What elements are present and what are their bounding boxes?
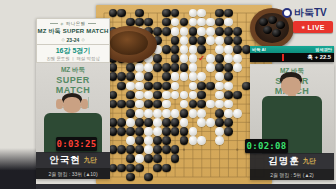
black-stone <box>224 118 233 127</box>
white-stone <box>215 72 224 81</box>
black-stone <box>109 9 118 18</box>
round-label: 16강 5경기 <box>56 46 91 56</box>
event-title: MZ 바둑 SUPER MATCH <box>38 27 109 36</box>
white-stone <box>189 109 198 118</box>
black-stone <box>126 91 135 100</box>
white-stone <box>197 136 206 145</box>
white-stone <box>215 136 224 145</box>
white-stone <box>153 109 162 118</box>
black-stone <box>215 54 224 63</box>
white-stone <box>215 127 224 136</box>
right-ranking-strip: 2월 랭킹 : 5위 (▲2) <box>250 169 334 180</box>
white-stone <box>135 100 144 109</box>
black-stone <box>171 54 180 63</box>
white-stone <box>215 45 224 54</box>
ai-eval-bar: 바둑 AI 형세판단 흑 + 22.5 <box>250 46 334 62</box>
right-player-name: 김명훈 <box>268 155 300 168</box>
black-stone <box>162 9 171 18</box>
ai-bar-header: 바둑 AI 형세판단 <box>250 46 334 53</box>
black-stone <box>126 72 135 81</box>
black-stone <box>117 72 126 81</box>
white-stone <box>215 91 224 100</box>
round-card: 16강 5경기 진행 문도원 ㅣ 해설 박정상 <box>36 45 110 63</box>
white-stone <box>206 18 215 27</box>
black-stone <box>215 63 224 72</box>
white-stone <box>144 109 153 118</box>
white-stone <box>180 27 189 36</box>
black-stone <box>197 91 206 100</box>
black-stone <box>215 118 224 127</box>
black-stone <box>135 9 144 18</box>
black-stone <box>224 72 233 81</box>
black-stone <box>215 109 224 118</box>
black-stone <box>153 91 162 100</box>
black-stone <box>117 100 126 109</box>
white-stone <box>189 136 198 145</box>
white-stone <box>144 145 153 154</box>
black-stone <box>180 127 189 136</box>
black-stone <box>153 145 162 154</box>
black-stone <box>171 36 180 45</box>
white-stone <box>180 72 189 81</box>
white-stone <box>215 100 224 109</box>
right-player-panel: MZ 바둑 SUPER MATCH 김명훈 九단 2월 랭킹 : 5위 (▲2) <box>250 64 334 180</box>
black-stone <box>180 18 189 27</box>
left-ranking-text: 2월 랭킹 : 33위 (▲10) <box>48 171 97 177</box>
white-stone <box>144 91 153 100</box>
white-stone <box>135 91 144 100</box>
black-stone <box>126 127 135 136</box>
black-stone <box>233 27 242 36</box>
black-stone <box>162 127 171 136</box>
black-stone <box>126 164 135 173</box>
black-stone <box>215 9 224 18</box>
white-stone <box>233 109 242 118</box>
black-stone <box>135 136 144 145</box>
black-stone <box>135 118 144 127</box>
white-stone <box>206 54 215 63</box>
broadcast-frame: ✓ ◈ 하나은행 MZ 바둑 SUPER MATCH ◇ 23-24 ◇ <box>0 0 336 189</box>
black-stone <box>117 118 126 127</box>
ai-score-tick <box>282 54 284 61</box>
black-stone <box>206 82 215 91</box>
black-stone <box>162 118 171 127</box>
white-stone <box>197 27 206 36</box>
black-stone <box>215 27 224 36</box>
white-stone <box>197 109 206 118</box>
black-stone <box>153 154 162 163</box>
channel-name: 바둑TV <box>294 6 327 20</box>
ai-score-bar: 흑 + 22.5 <box>250 53 334 62</box>
black-stone <box>153 63 162 72</box>
black-stone <box>162 164 171 173</box>
white-stone <box>180 91 189 100</box>
baduktv-logo-icon <box>282 8 292 18</box>
white-stone <box>197 118 206 127</box>
event-season: ◇ 23-24 ◇ <box>62 37 85 43</box>
white-stone <box>206 118 215 127</box>
white-stone <box>206 63 215 72</box>
white-stone <box>171 72 180 81</box>
black-stone <box>171 145 180 154</box>
black-stone <box>126 154 135 163</box>
black-stone <box>171 45 180 54</box>
white-stone <box>180 54 189 63</box>
white-stone <box>135 82 144 91</box>
ai-score-text: 흑 + 22.5 <box>307 53 331 62</box>
black-stone <box>135 127 144 136</box>
black-stone <box>215 18 224 27</box>
left-player-panel: ◈ 하나은행 MZ 바둑 SUPER MATCH ◇ 23-24 ◇ 16강 5… <box>36 18 110 179</box>
white-stone <box>180 100 189 109</box>
sponsor-name: 하나은행 <box>66 21 86 26</box>
black-stone <box>171 63 180 72</box>
white-stone <box>224 100 233 109</box>
white-stone <box>171 18 180 27</box>
white-stone <box>197 9 206 18</box>
white-stone <box>224 45 233 54</box>
white-stone <box>189 63 198 72</box>
left-player-rank: 九단 <box>84 156 97 165</box>
white-stone <box>233 63 242 72</box>
black-stone <box>135 18 144 27</box>
white-stone <box>224 54 233 63</box>
black-stone <box>189 27 198 36</box>
black-stone <box>162 145 171 154</box>
black-stone <box>135 164 144 173</box>
black-stone <box>180 63 189 72</box>
black-stone <box>153 100 162 109</box>
black-stone <box>144 100 153 109</box>
white-stone <box>153 118 162 127</box>
white-stone <box>144 127 153 136</box>
white-stone <box>206 36 215 45</box>
black-stone <box>162 82 171 91</box>
black-stone <box>117 145 126 154</box>
black-stone <box>224 27 233 36</box>
black-stone <box>126 145 135 154</box>
white-stone <box>233 54 242 63</box>
white-stone <box>144 63 153 72</box>
black-stone <box>144 72 153 81</box>
white-stone <box>126 136 135 145</box>
black-stone <box>180 109 189 118</box>
black-stone <box>126 63 135 72</box>
white-stone <box>135 154 144 163</box>
black-stone <box>224 63 233 72</box>
white-stone <box>171 82 180 91</box>
right-player-rank: 九단 <box>303 157 316 166</box>
black-stone <box>189 36 198 45</box>
black-stone <box>162 63 171 72</box>
white-stone <box>215 82 224 91</box>
white-stone <box>144 136 153 145</box>
white-stone <box>171 109 180 118</box>
white-stone <box>224 82 233 91</box>
black-stone <box>117 127 126 136</box>
right-name-plate: 김명훈 九단 <box>250 153 334 169</box>
white-stone <box>180 118 189 127</box>
black-stone <box>144 82 153 91</box>
black-stone <box>180 136 189 145</box>
white-stone <box>189 82 198 91</box>
black-stone <box>153 27 162 36</box>
right-ranking-text: 2월 랭킹 : 5위 (▲2) <box>270 172 314 178</box>
white-stone <box>197 72 206 81</box>
black-stone <box>197 82 206 91</box>
white-stone <box>189 18 198 27</box>
black-stone <box>126 109 135 118</box>
black-stone <box>233 91 242 100</box>
staff-label: 진행 문도원 ㅣ 해설 박정상 <box>46 56 99 61</box>
left-name-plate: 안국현 九단 <box>36 152 110 168</box>
white-stone <box>153 127 162 136</box>
right-game-clock: 0:02:08 <box>245 139 288 153</box>
black-stone <box>144 154 153 163</box>
diamond-icon: ◈ <box>60 21 64 26</box>
black-stone <box>171 9 180 18</box>
white-stone <box>126 82 135 91</box>
white-stone <box>180 36 189 45</box>
left-game-clock: 0:03:25 <box>56 137 97 151</box>
white-stone <box>197 18 206 27</box>
black-stone <box>162 136 171 145</box>
white-stone <box>189 127 198 136</box>
white-stone <box>126 118 135 127</box>
white-stone <box>189 45 198 54</box>
black-stone <box>197 36 206 45</box>
live-label: LIVE <box>307 24 325 31</box>
black-stone <box>233 36 242 45</box>
black-stone <box>162 45 171 54</box>
black-stone <box>153 136 162 145</box>
black-stone <box>135 145 144 154</box>
left-player-name: 안국현 <box>49 154 81 167</box>
black-stone <box>197 45 206 54</box>
ai-bar-right-label: 형세판단 <box>315 47 332 52</box>
diamond-icon: ◇ <box>62 37 65 42</box>
black-stone <box>197 100 206 109</box>
white-stone <box>180 45 189 54</box>
black-stone <box>144 18 153 27</box>
white-stone <box>224 109 233 118</box>
black-stone <box>171 127 180 136</box>
black-stone <box>117 9 126 18</box>
channel-logo: 바둑TV <box>282 6 327 20</box>
white-stone <box>162 109 171 118</box>
sponsor-line: ◈ 하나은행 <box>50 21 96 26</box>
black-stone <box>153 164 162 173</box>
black-stone <box>153 82 162 91</box>
white-stone <box>206 100 215 109</box>
ai-move-marker: ✓ <box>198 55 205 63</box>
white-stone <box>189 72 198 81</box>
left-ranking-strip: 2월 랭킹 : 33위 (▲10) <box>36 168 110 179</box>
black-stone <box>162 18 171 27</box>
white-stone <box>171 91 180 100</box>
white-stone <box>215 36 224 45</box>
black-stone <box>126 100 135 109</box>
black-stone <box>171 118 180 127</box>
black-stone <box>144 118 153 127</box>
black-stone <box>224 91 233 100</box>
black-stone <box>117 82 126 91</box>
black-stone <box>162 27 171 36</box>
white-stone <box>135 72 144 81</box>
black-stone <box>153 54 162 63</box>
table-edge <box>0 184 336 189</box>
black-stone <box>224 9 233 18</box>
black-stone <box>171 154 180 163</box>
black-stone <box>126 173 135 182</box>
white-stone <box>189 91 198 100</box>
black-stone <box>117 164 126 173</box>
black-stone <box>162 72 171 81</box>
white-stone <box>189 54 198 63</box>
white-stone <box>189 9 198 18</box>
black-stone <box>224 127 233 136</box>
live-badge: ★ LIVE <box>293 21 333 33</box>
white-stone <box>206 27 215 36</box>
white-stone <box>135 109 144 118</box>
table-shadow <box>0 148 36 189</box>
white-stone <box>224 18 233 27</box>
ai-bar-left-label: 바둑 AI <box>252 47 266 52</box>
black-stone <box>224 36 233 45</box>
black-stone <box>144 173 153 182</box>
white-stone <box>162 100 171 109</box>
diamond-icon: ◇ <box>81 37 84 42</box>
star-icon: ★ <box>301 24 305 30</box>
white-stone <box>135 63 144 72</box>
event-banner: ◈ 하나은행 MZ 바둑 SUPER MATCH ◇ 23-24 ◇ <box>36 18 110 45</box>
white-stone <box>162 91 171 100</box>
black-stone <box>189 100 198 109</box>
black-stone <box>233 45 242 54</box>
white-stone <box>171 27 180 36</box>
